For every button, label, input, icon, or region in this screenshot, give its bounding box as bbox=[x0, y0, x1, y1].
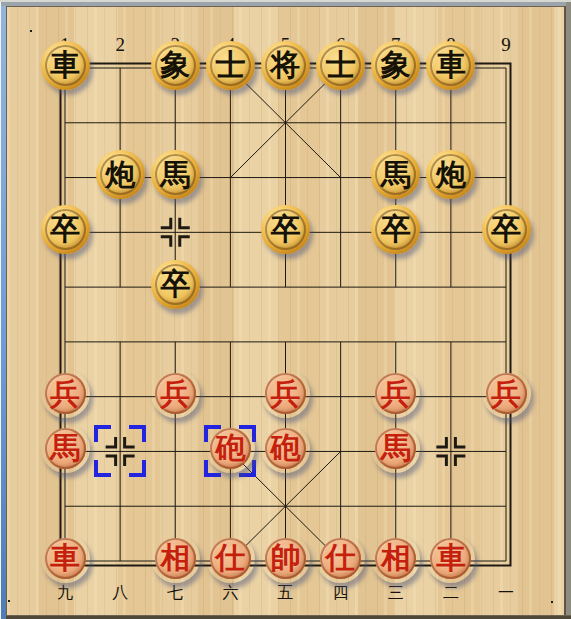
piece-red-rook[interactable]: 車 bbox=[426, 534, 475, 583]
piece-red-pawn[interactable]: 兵 bbox=[41, 369, 90, 418]
bottom-file-label-6: 四 bbox=[333, 583, 349, 604]
piece-glyph: 相 bbox=[160, 543, 190, 573]
piece-black-advisor[interactable]: 士 bbox=[316, 41, 365, 90]
piece-face: 車 bbox=[430, 45, 471, 86]
top-file-label-9: 9 bbox=[501, 34, 511, 56]
piece-black-advisor[interactable]: 士 bbox=[206, 41, 255, 90]
piece-glyph: 馬 bbox=[160, 160, 190, 190]
move-highlight-bracket bbox=[94, 425, 146, 477]
piece-face: 車 bbox=[45, 45, 86, 86]
bottom-file-label-1: 九 bbox=[57, 583, 73, 604]
bottom-file-label-3: 七 bbox=[167, 583, 183, 604]
piece-black-cannon[interactable]: 炮 bbox=[96, 150, 145, 199]
piece-glyph: 卒 bbox=[491, 214, 521, 244]
piece-red-cannon[interactable]: 砲 bbox=[206, 424, 255, 473]
piece-glyph: 砲 bbox=[215, 433, 245, 463]
top-file-label-2: 2 bbox=[115, 34, 125, 56]
piece-face: 帥 bbox=[265, 538, 306, 579]
piece-black-pawn[interactable]: 卒 bbox=[41, 205, 90, 254]
piece-black-king[interactable]: 将 bbox=[261, 41, 310, 90]
bottom-file-label-7: 三 bbox=[388, 583, 404, 604]
piece-face: 炮 bbox=[430, 154, 471, 195]
piece-glyph: 卒 bbox=[50, 214, 80, 244]
piece-glyph: 兵 bbox=[271, 379, 301, 409]
piece-face: 兵 bbox=[265, 373, 306, 414]
piece-black-pawn[interactable]: 卒 bbox=[261, 205, 310, 254]
piece-black-pawn[interactable]: 卒 bbox=[151, 260, 200, 309]
piece-red-horse[interactable]: 馬 bbox=[41, 424, 90, 473]
piece-glyph: 象 bbox=[381, 50, 411, 80]
piece-glyph: 士 bbox=[326, 50, 356, 80]
piece-red-pawn[interactable]: 兵 bbox=[151, 369, 200, 418]
piece-glyph: 象 bbox=[160, 50, 190, 80]
piece-glyph: 兵 bbox=[381, 379, 411, 409]
piece-face: 象 bbox=[155, 45, 196, 86]
piece-face: 兵 bbox=[155, 373, 196, 414]
piece-face: 卒 bbox=[45, 209, 86, 250]
piece-black-rook[interactable]: 車 bbox=[426, 41, 475, 90]
piece-glyph: 士 bbox=[215, 50, 245, 80]
piece-glyph: 卒 bbox=[271, 214, 301, 244]
piece-red-advisor[interactable]: 仕 bbox=[316, 534, 365, 583]
piece-face: 馬 bbox=[155, 154, 196, 195]
piece-glyph: 車 bbox=[436, 543, 466, 573]
piece-face: 卒 bbox=[155, 264, 196, 305]
piece-red-elephant[interactable]: 相 bbox=[371, 534, 420, 583]
frame-left-shadow bbox=[6, 7, 7, 615]
piece-face: 馬 bbox=[45, 428, 86, 469]
piece-glyph: 炮 bbox=[436, 160, 466, 190]
piece-red-elephant[interactable]: 相 bbox=[151, 534, 200, 583]
bottom-file-label-2: 八 bbox=[112, 583, 128, 604]
piece-face: 兵 bbox=[375, 373, 416, 414]
screen-speck bbox=[8, 600, 10, 602]
piece-red-king[interactable]: 帥 bbox=[261, 534, 310, 583]
piece-black-pawn[interactable]: 卒 bbox=[371, 205, 420, 254]
piece-face: 仕 bbox=[320, 538, 361, 579]
piece-black-pawn[interactable]: 卒 bbox=[482, 205, 531, 254]
piece-glyph: 仕 bbox=[215, 543, 245, 573]
piece-face: 馬 bbox=[375, 428, 416, 469]
piece-glyph: 砲 bbox=[271, 433, 301, 463]
piece-face: 兵 bbox=[486, 373, 527, 414]
piece-glyph: 兵 bbox=[160, 379, 190, 409]
frame-right bbox=[566, 2, 571, 619]
piece-glyph: 車 bbox=[436, 50, 466, 80]
piece-glyph: 卒 bbox=[381, 214, 411, 244]
piece-glyph: 帥 bbox=[271, 543, 301, 573]
bottom-file-label-5: 五 bbox=[278, 583, 294, 604]
piece-face: 卒 bbox=[375, 209, 416, 250]
board-grid bbox=[61, 64, 511, 566]
piece-glyph: 馬 bbox=[50, 433, 80, 463]
screen-speck bbox=[551, 601, 553, 603]
piece-face: 車 bbox=[430, 538, 471, 579]
piece-face: 車 bbox=[45, 538, 86, 579]
piece-glyph: 兵 bbox=[50, 379, 80, 409]
piece-face: 卒 bbox=[486, 209, 527, 250]
piece-black-horse[interactable]: 馬 bbox=[371, 150, 420, 199]
piece-glyph: 相 bbox=[381, 543, 411, 573]
bottom-file-label-9: 一 bbox=[498, 583, 514, 604]
piece-glyph: 仕 bbox=[326, 543, 356, 573]
piece-glyph: 馬 bbox=[381, 433, 411, 463]
piece-face: 相 bbox=[375, 538, 416, 579]
piece-black-horse[interactable]: 馬 bbox=[151, 150, 200, 199]
piece-black-elephant[interactable]: 象 bbox=[151, 41, 200, 90]
bracket-corner bbox=[94, 425, 111, 442]
bottom-file-label-4: 六 bbox=[222, 583, 238, 604]
bottom-file-label-8: 二 bbox=[443, 583, 459, 604]
piece-face: 馬 bbox=[375, 154, 416, 195]
piece-red-rook[interactable]: 車 bbox=[41, 534, 90, 583]
piece-face: 仕 bbox=[210, 538, 251, 579]
piece-glyph: 卒 bbox=[160, 269, 190, 299]
piece-face: 炮 bbox=[100, 154, 141, 195]
piece-red-pawn[interactable]: 兵 bbox=[261, 369, 310, 418]
piece-face: 卒 bbox=[265, 209, 306, 250]
piece-face: 士 bbox=[320, 45, 361, 86]
piece-red-advisor[interactable]: 仕 bbox=[206, 534, 255, 583]
frame-top-shadow bbox=[0, 6, 571, 7]
piece-glyph: 車 bbox=[50, 543, 80, 573]
piece-red-horse[interactable]: 馬 bbox=[371, 424, 420, 473]
piece-glyph: 馬 bbox=[381, 160, 411, 190]
bracket-corner bbox=[129, 425, 146, 442]
piece-face: 相 bbox=[155, 538, 196, 579]
piece-face: 将 bbox=[265, 45, 306, 86]
bracket-corner bbox=[129, 460, 146, 477]
piece-red-cannon[interactable]: 砲 bbox=[261, 424, 310, 473]
screen-speck bbox=[30, 30, 32, 32]
piece-glyph: 炮 bbox=[105, 160, 135, 190]
piece-face: 象 bbox=[375, 45, 416, 86]
piece-face: 砲 bbox=[265, 428, 306, 469]
piece-face: 士 bbox=[210, 45, 251, 86]
piece-glyph: 将 bbox=[271, 50, 301, 80]
piece-face: 砲 bbox=[210, 428, 251, 469]
piece-black-elephant[interactable]: 象 bbox=[371, 41, 420, 90]
piece-face: 兵 bbox=[45, 373, 86, 414]
piece-black-rook[interactable]: 車 bbox=[41, 41, 90, 90]
piece-glyph: 兵 bbox=[491, 379, 521, 409]
xiangqi-board[interactable] bbox=[0, 0, 571, 619]
xiangqi-app-window: 123456789九八七六五四三二一 車象士将士象車炮馬馬炮卒卒卒卒卒兵兵兵兵兵… bbox=[0, 0, 571, 619]
piece-glyph: 車 bbox=[50, 50, 80, 80]
piece-red-pawn[interactable]: 兵 bbox=[482, 369, 531, 418]
bracket-corner bbox=[94, 460, 111, 477]
